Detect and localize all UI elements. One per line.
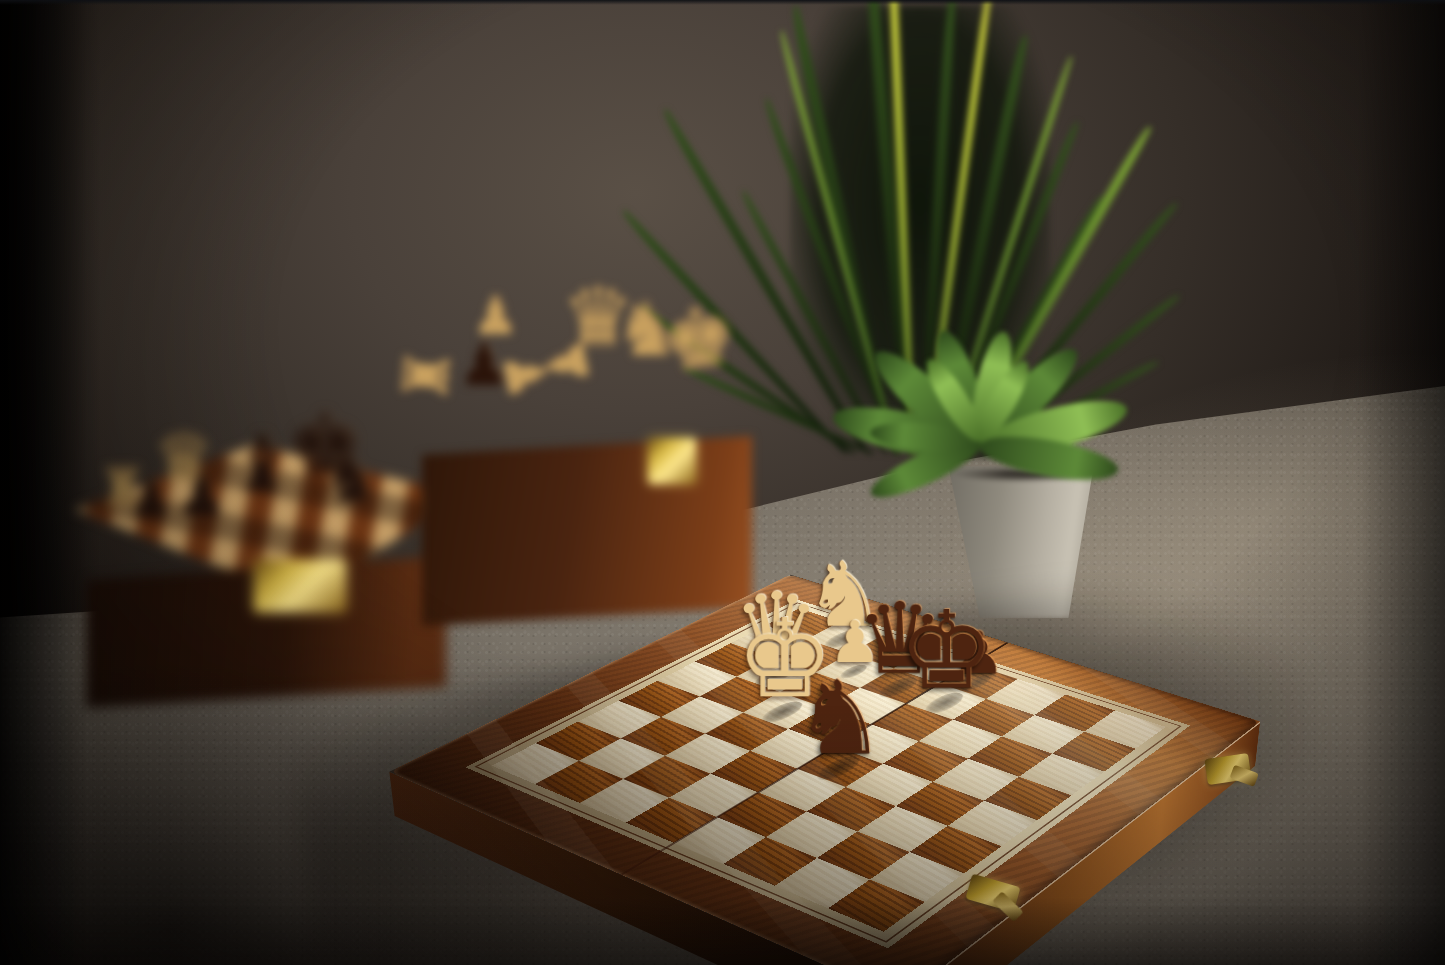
board-scene: ♛♛♞♞♚♚♟♟♛♛♞♞♚♚♟♟ xyxy=(525,436,1145,965)
photo-scene: ♟♝♛♚♟♜♞ ♜♟♟♟♛♞♟♚ ♛♛♞♞♚♚♟♟♛♛♞♞♚♚♟♟ xyxy=(0,0,1445,965)
blurred-piece-light-rook: ♜ xyxy=(390,345,457,406)
brass-clasp-right xyxy=(1204,753,1251,785)
blurred-piece-light-king: ♚ xyxy=(657,293,741,384)
blurred-piece-light-pawn: ♟ xyxy=(472,290,519,342)
blurred-piece-light-rook: ♜ xyxy=(98,462,146,516)
piece-glyph-king: ♚ xyxy=(898,599,994,701)
square-d4[interactable]: ♞♞ xyxy=(797,746,883,787)
piece-glyph-knight: ♞ xyxy=(795,669,886,766)
piece-black-knight[interactable]: ♞♞ xyxy=(797,746,883,787)
